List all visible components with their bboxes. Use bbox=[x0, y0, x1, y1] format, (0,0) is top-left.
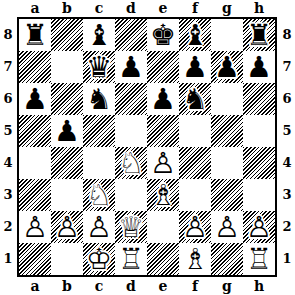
chess-board: ♜♜♝♝♚♚♝♝♜♜♛♛♟♟♟♟♟♟♟♟♟♟♞♞♟♟♞♞♟♟♞♘♟♙♞♘♝♗♟♙… bbox=[17, 17, 277, 277]
square-g5[interactable] bbox=[211, 115, 243, 147]
white-pawn-piece[interactable]: ♟♙ bbox=[19, 211, 51, 243]
file-label-e: e bbox=[147, 0, 179, 16]
square-d8[interactable] bbox=[115, 19, 147, 51]
black-pawn-piece[interactable]: ♟♟ bbox=[115, 51, 147, 83]
rank-label-5: 5 bbox=[279, 115, 295, 147]
square-h5[interactable] bbox=[243, 115, 275, 147]
square-b8[interactable] bbox=[51, 19, 83, 51]
piece-glyph: ♔ bbox=[83, 243, 115, 275]
rank-label-2: 2 bbox=[0, 211, 16, 243]
piece-glyph: ♙ bbox=[83, 211, 115, 243]
black-knight-piece[interactable]: ♞♞ bbox=[179, 83, 211, 115]
piece-glyph: ♖ bbox=[243, 243, 275, 275]
square-b3[interactable] bbox=[51, 179, 83, 211]
square-d3[interactable] bbox=[115, 179, 147, 211]
square-d2[interactable]: ♛♕ bbox=[115, 211, 147, 243]
black-queen-piece[interactable]: ♛♛ bbox=[83, 51, 115, 83]
square-d1[interactable]: ♜♖ bbox=[115, 243, 147, 275]
file-label-b: b bbox=[51, 278, 83, 294]
file-label-g: g bbox=[211, 278, 243, 294]
piece-glyph: ♟ bbox=[51, 115, 83, 147]
square-e4[interactable]: ♟♙ bbox=[147, 147, 179, 179]
black-pawn-piece[interactable]: ♟♟ bbox=[19, 83, 51, 115]
rank-label-7: 7 bbox=[0, 51, 16, 83]
white-knight-piece[interactable]: ♞♘ bbox=[83, 179, 115, 211]
rank-label-5: 5 bbox=[0, 115, 16, 147]
square-b4[interactable] bbox=[51, 147, 83, 179]
rank-label-4: 4 bbox=[0, 147, 16, 179]
white-bishop-piece[interactable]: ♝♗ bbox=[147, 179, 179, 211]
square-e1[interactable] bbox=[147, 243, 179, 275]
piece-glyph: ♗ bbox=[179, 243, 211, 275]
white-pawn-piece[interactable]: ♟♙ bbox=[147, 147, 179, 179]
square-h3[interactable] bbox=[243, 179, 275, 211]
piece-glyph: ♙ bbox=[147, 147, 179, 179]
piece-glyph: ♝ bbox=[179, 19, 211, 51]
square-a1[interactable] bbox=[19, 243, 51, 275]
square-d6[interactable] bbox=[115, 83, 147, 115]
square-a6[interactable]: ♟♟ bbox=[19, 83, 51, 115]
square-f8[interactable]: ♝♝ bbox=[179, 19, 211, 51]
white-queen-piece[interactable]: ♛♕ bbox=[115, 211, 147, 243]
black-pawn-piece[interactable]: ♟♟ bbox=[211, 51, 243, 83]
black-pawn-piece[interactable]: ♟♟ bbox=[147, 83, 179, 115]
piece-glyph: ♟ bbox=[147, 83, 179, 115]
piece-glyph: ♗ bbox=[147, 179, 179, 211]
square-b5[interactable]: ♟♟ bbox=[51, 115, 83, 147]
white-pawn-piece[interactable]: ♟♙ bbox=[83, 211, 115, 243]
square-d7[interactable]: ♟♟ bbox=[115, 51, 147, 83]
square-h8[interactable]: ♜♜ bbox=[243, 19, 275, 51]
square-f3[interactable] bbox=[179, 179, 211, 211]
rank-label-3: 3 bbox=[279, 179, 295, 211]
file-label-f: f bbox=[179, 0, 211, 16]
file-labels-top: abcdefgh bbox=[19, 0, 275, 16]
rank-label-6: 6 bbox=[279, 83, 295, 115]
rank-label-3: 3 bbox=[0, 179, 16, 211]
white-rook-piece[interactable]: ♜♖ bbox=[243, 243, 275, 275]
piece-glyph: ♚ bbox=[147, 19, 179, 51]
rank-label-7: 7 bbox=[279, 51, 295, 83]
square-e6[interactable]: ♟♟ bbox=[147, 83, 179, 115]
white-pawn-piece[interactable]: ♟♙ bbox=[211, 211, 243, 243]
chess-diagram: abcdefgh 87654321 ♜♜♝♝♚♚♝♝♜♜♛♛♟♟♟♟♟♟♟♟♟♟… bbox=[0, 0, 295, 295]
square-a2[interactable]: ♟♙ bbox=[19, 211, 51, 243]
file-label-c: c bbox=[83, 0, 115, 16]
rank-labels-left: 87654321 bbox=[0, 19, 16, 275]
square-a4[interactable] bbox=[19, 147, 51, 179]
white-pawn-piece[interactable]: ♟♙ bbox=[243, 211, 275, 243]
piece-glyph: ♟ bbox=[19, 83, 51, 115]
square-e8[interactable]: ♚♚ bbox=[147, 19, 179, 51]
square-f1[interactable]: ♝♗ bbox=[179, 243, 211, 275]
piece-glyph: ♕ bbox=[115, 211, 147, 243]
square-h1[interactable]: ♜♖ bbox=[243, 243, 275, 275]
square-e2[interactable] bbox=[147, 211, 179, 243]
rank-label-8: 8 bbox=[0, 19, 16, 51]
square-c2[interactable]: ♟♙ bbox=[83, 211, 115, 243]
piece-glyph: ♙ bbox=[179, 211, 211, 243]
file-labels-bottom: abcdefgh bbox=[19, 278, 275, 294]
square-f4[interactable] bbox=[179, 147, 211, 179]
black-pawn-piece[interactable]: ♟♟ bbox=[51, 115, 83, 147]
rank-label-2: 2 bbox=[279, 211, 295, 243]
square-c5[interactable] bbox=[83, 115, 115, 147]
white-knight-piece[interactable]: ♞♘ bbox=[115, 147, 147, 179]
square-c4[interactable] bbox=[83, 147, 115, 179]
rank-label-4: 4 bbox=[279, 147, 295, 179]
square-c1[interactable]: ♚♔ bbox=[83, 243, 115, 275]
white-rook-piece[interactable]: ♜♖ bbox=[115, 243, 147, 275]
square-a8[interactable]: ♜♜ bbox=[19, 19, 51, 51]
black-bishop-piece[interactable]: ♝♝ bbox=[179, 19, 211, 51]
black-bishop-piece[interactable]: ♝♝ bbox=[83, 19, 115, 51]
square-c3[interactable]: ♞♘ bbox=[83, 179, 115, 211]
rank-label-8: 8 bbox=[279, 19, 295, 51]
piece-glyph: ♖ bbox=[115, 243, 147, 275]
file-label-a: a bbox=[19, 0, 51, 16]
square-h6[interactable] bbox=[243, 83, 275, 115]
piece-glyph: ♙ bbox=[19, 211, 51, 243]
rank-label-6: 6 bbox=[0, 83, 16, 115]
square-g2[interactable]: ♟♙ bbox=[211, 211, 243, 243]
piece-glyph: ♞ bbox=[179, 83, 211, 115]
piece-glyph: ♜ bbox=[19, 19, 51, 51]
file-label-g: g bbox=[211, 0, 243, 16]
square-f6[interactable]: ♞♞ bbox=[179, 83, 211, 115]
square-f7[interactable]: ♟♟ bbox=[179, 51, 211, 83]
square-a7[interactable] bbox=[19, 51, 51, 83]
black-rook-piece[interactable]: ♜♜ bbox=[243, 19, 275, 51]
piece-glyph: ♟ bbox=[243, 51, 275, 83]
piece-glyph: ♙ bbox=[211, 211, 243, 243]
square-g6[interactable] bbox=[211, 83, 243, 115]
square-b1[interactable] bbox=[51, 243, 83, 275]
square-h2[interactable]: ♟♙ bbox=[243, 211, 275, 243]
square-e3[interactable]: ♝♗ bbox=[147, 179, 179, 211]
file-label-d: d bbox=[115, 278, 147, 294]
black-king-piece[interactable]: ♚♚ bbox=[147, 19, 179, 51]
square-c7[interactable]: ♛♛ bbox=[83, 51, 115, 83]
square-h7[interactable]: ♟♟ bbox=[243, 51, 275, 83]
square-e5[interactable] bbox=[147, 115, 179, 147]
file-label-c: c bbox=[83, 278, 115, 294]
rank-label-1: 1 bbox=[279, 243, 295, 275]
square-g7[interactable]: ♟♟ bbox=[211, 51, 243, 83]
square-f5[interactable] bbox=[179, 115, 211, 147]
piece-glyph: ♜ bbox=[243, 19, 275, 51]
square-c8[interactable]: ♝♝ bbox=[83, 19, 115, 51]
square-h4[interactable] bbox=[243, 147, 275, 179]
square-a5[interactable] bbox=[19, 115, 51, 147]
piece-glyph: ♛ bbox=[83, 51, 115, 83]
piece-glyph: ♘ bbox=[115, 147, 147, 179]
black-pawn-piece[interactable]: ♟♟ bbox=[243, 51, 275, 83]
square-d5[interactable] bbox=[115, 115, 147, 147]
square-b6[interactable] bbox=[51, 83, 83, 115]
piece-glyph: ♟ bbox=[115, 51, 147, 83]
file-label-h: h bbox=[243, 0, 275, 16]
file-label-e: e bbox=[147, 278, 179, 294]
square-g3[interactable] bbox=[211, 179, 243, 211]
file-label-d: d bbox=[115, 0, 147, 16]
square-f2[interactable]: ♟♙ bbox=[179, 211, 211, 243]
white-king-piece[interactable]: ♚♔ bbox=[83, 243, 115, 275]
piece-glyph: ♙ bbox=[243, 211, 275, 243]
square-g4[interactable] bbox=[211, 147, 243, 179]
black-knight-piece[interactable]: ♞♞ bbox=[83, 83, 115, 115]
white-bishop-piece[interactable]: ♝♗ bbox=[179, 243, 211, 275]
file-label-h: h bbox=[243, 278, 275, 294]
file-label-a: a bbox=[19, 278, 51, 294]
square-g8[interactable] bbox=[211, 19, 243, 51]
white-pawn-piece[interactable]: ♟♙ bbox=[51, 211, 83, 243]
square-e7[interactable] bbox=[147, 51, 179, 83]
piece-glyph: ♝ bbox=[83, 19, 115, 51]
file-label-f: f bbox=[179, 278, 211, 294]
piece-glyph: ♘ bbox=[83, 179, 115, 211]
black-pawn-piece[interactable]: ♟♟ bbox=[179, 51, 211, 83]
rank-labels-right: 87654321 bbox=[279, 19, 295, 275]
square-a3[interactable] bbox=[19, 179, 51, 211]
file-label-b: b bbox=[51, 0, 83, 16]
square-c6[interactable]: ♞♞ bbox=[83, 83, 115, 115]
black-rook-piece[interactable]: ♜♜ bbox=[19, 19, 51, 51]
square-b2[interactable]: ♟♙ bbox=[51, 211, 83, 243]
piece-glyph: ♙ bbox=[51, 211, 83, 243]
square-d4[interactable]: ♞♘ bbox=[115, 147, 147, 179]
piece-glyph: ♟ bbox=[179, 51, 211, 83]
white-pawn-piece[interactable]: ♟♙ bbox=[179, 211, 211, 243]
square-g1[interactable] bbox=[211, 243, 243, 275]
square-b7[interactable] bbox=[51, 51, 83, 83]
rank-label-1: 1 bbox=[0, 243, 16, 275]
piece-glyph: ♞ bbox=[83, 83, 115, 115]
piece-glyph: ♟ bbox=[211, 51, 243, 83]
